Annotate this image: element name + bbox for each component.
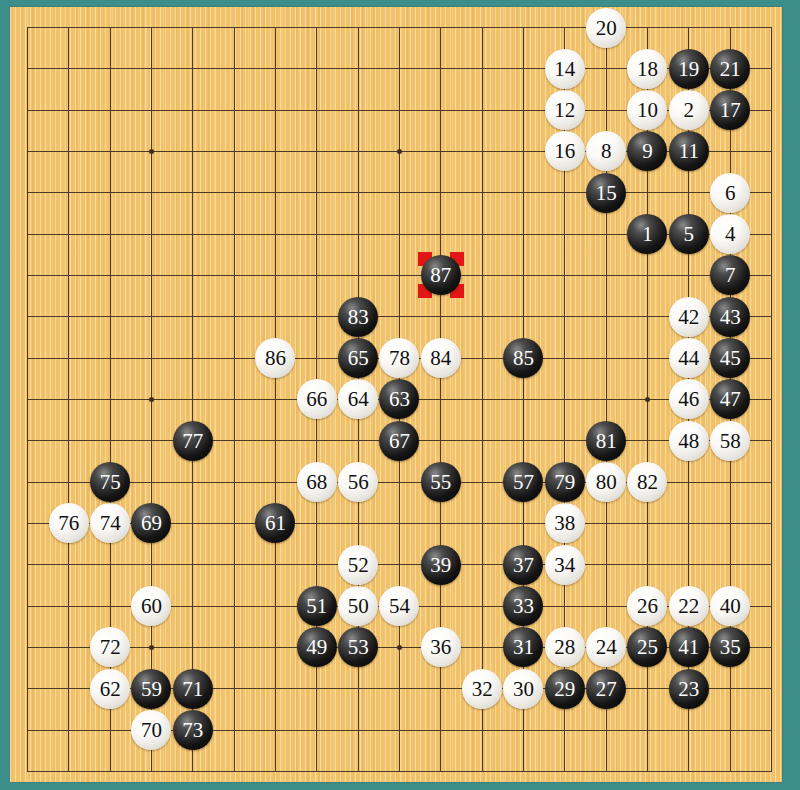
stone-7-S13[interactable]: 7 xyxy=(710,255,750,295)
stone-6-S15[interactable]: 6 xyxy=(710,173,750,213)
stone-72-C4[interactable]: 72 xyxy=(90,627,130,667)
stone-37-N6[interactable]: 37 xyxy=(503,545,543,585)
stone-4-S14[interactable]: 4 xyxy=(710,214,750,254)
stone-19-R18[interactable]: 19 xyxy=(669,49,709,89)
stone-83-J12[interactable]: 83 xyxy=(338,297,378,337)
star-point xyxy=(397,149,402,154)
stone-11-R16[interactable]: 11 xyxy=(669,131,709,171)
star-point xyxy=(149,645,154,650)
stone-2-R17[interactable]: 2 xyxy=(669,90,709,130)
star-point xyxy=(149,149,154,154)
stone-61-G7[interactable]: 61 xyxy=(255,503,295,543)
stone-28-O4[interactable]: 28 xyxy=(545,627,585,667)
stone-26-Q5[interactable]: 26 xyxy=(627,586,667,626)
stone-44-R11[interactable]: 44 xyxy=(669,338,709,378)
stone-21-S18[interactable]: 21 xyxy=(710,49,750,89)
stone-38-O7[interactable]: 38 xyxy=(545,503,585,543)
goban: 1245678910111214151617181920212223242526… xyxy=(10,7,782,782)
stone-18-Q18[interactable]: 18 xyxy=(627,49,667,89)
stone-23-R3[interactable]: 23 xyxy=(669,669,709,709)
stone-52-J6[interactable]: 52 xyxy=(338,545,378,585)
stone-76-B7[interactable]: 76 xyxy=(49,503,89,543)
stone-69-D7[interactable]: 69 xyxy=(131,503,171,543)
stone-67-K9[interactable]: 67 xyxy=(379,421,419,461)
stone-40-S5[interactable]: 40 xyxy=(710,586,750,626)
stone-85-N11[interactable]: 85 xyxy=(503,338,543,378)
stone-64-J10[interactable]: 64 xyxy=(338,379,378,419)
star-point xyxy=(645,397,650,402)
stone-29-O3[interactable]: 29 xyxy=(545,669,585,709)
stone-22-R5[interactable]: 22 xyxy=(669,586,709,626)
stone-48-R9[interactable]: 48 xyxy=(669,421,709,461)
stone-32-M3[interactable]: 32 xyxy=(462,669,502,709)
stone-62-C3[interactable]: 62 xyxy=(90,669,130,709)
stone-51-H5[interactable]: 51 xyxy=(297,586,337,626)
stone-25-Q4[interactable]: 25 xyxy=(627,627,667,667)
stone-70-D2[interactable]: 70 xyxy=(131,710,171,750)
star-point xyxy=(397,645,402,650)
stone-77-E9[interactable]: 77 xyxy=(173,421,213,461)
stone-8-P16[interactable]: 8 xyxy=(586,131,626,171)
stone-1-Q14[interactable]: 1 xyxy=(627,214,667,254)
stone-46-R10[interactable]: 46 xyxy=(669,379,709,419)
stone-79-O8[interactable]: 79 xyxy=(545,462,585,502)
stone-56-J8[interactable]: 56 xyxy=(338,462,378,502)
stone-74-C7[interactable]: 74 xyxy=(90,503,130,543)
stone-43-S12[interactable]: 43 xyxy=(710,297,750,337)
stone-84-L11[interactable]: 84 xyxy=(421,338,461,378)
stone-39-L6[interactable]: 39 xyxy=(421,545,461,585)
stone-20-P19[interactable]: 20 xyxy=(586,8,626,48)
stone-36-L4[interactable]: 36 xyxy=(421,627,461,667)
stone-35-S4[interactable]: 35 xyxy=(710,627,750,667)
stone-31-N4[interactable]: 31 xyxy=(503,627,543,667)
stone-30-N3[interactable]: 30 xyxy=(503,669,543,709)
stone-68-H8[interactable]: 68 xyxy=(297,462,337,502)
stone-50-J5[interactable]: 50 xyxy=(338,586,378,626)
stone-5-R14[interactable]: 5 xyxy=(669,214,709,254)
stone-33-N5[interactable]: 33 xyxy=(503,586,543,626)
board-grid[interactable]: 1245678910111214151617181920212223242526… xyxy=(27,27,772,772)
stone-16-O16[interactable]: 16 xyxy=(545,131,585,171)
stone-42-R12[interactable]: 42 xyxy=(669,297,709,337)
stone-15-P15[interactable]: 15 xyxy=(586,173,626,213)
board-frame: 1245678910111214151617181920212223242526… xyxy=(0,0,800,790)
stone-75-C8[interactable]: 75 xyxy=(90,462,130,502)
stone-24-P4[interactable]: 24 xyxy=(586,627,626,667)
stone-45-S11[interactable]: 45 xyxy=(710,338,750,378)
stone-34-O6[interactable]: 34 xyxy=(545,545,585,585)
stone-81-P9[interactable]: 81 xyxy=(586,421,626,461)
stone-71-E3[interactable]: 71 xyxy=(173,669,213,709)
stone-86-G11[interactable]: 86 xyxy=(255,338,295,378)
stone-54-K5[interactable]: 54 xyxy=(379,586,419,626)
stone-10-Q17[interactable]: 10 xyxy=(627,90,667,130)
stone-14-O18[interactable]: 14 xyxy=(545,49,585,89)
stone-82-Q8[interactable]: 82 xyxy=(627,462,667,502)
stone-47-S10[interactable]: 47 xyxy=(710,379,750,419)
stone-53-J4[interactable]: 53 xyxy=(338,627,378,667)
stone-73-E2[interactable]: 73 xyxy=(173,710,213,750)
stone-60-D5[interactable]: 60 xyxy=(131,586,171,626)
stone-78-K11[interactable]: 78 xyxy=(379,338,419,378)
stone-63-K10[interactable]: 63 xyxy=(379,379,419,419)
stone-55-L8[interactable]: 55 xyxy=(421,462,461,502)
stone-58-S9[interactable]: 58 xyxy=(710,421,750,461)
stone-9-Q16[interactable]: 9 xyxy=(627,131,667,171)
stone-49-H4[interactable]: 49 xyxy=(297,627,337,667)
stone-41-R4[interactable]: 41 xyxy=(669,627,709,667)
stone-80-P8[interactable]: 80 xyxy=(586,462,626,502)
stone-27-P3[interactable]: 27 xyxy=(586,669,626,709)
stone-12-O17[interactable]: 12 xyxy=(545,90,585,130)
stone-65-J11[interactable]: 65 xyxy=(338,338,378,378)
stone-57-N8[interactable]: 57 xyxy=(503,462,543,502)
star-point xyxy=(149,397,154,402)
stone-59-D3[interactable]: 59 xyxy=(131,669,171,709)
stone-17-S17[interactable]: 17 xyxy=(710,90,750,130)
stone-66-H10[interactable]: 66 xyxy=(297,379,337,419)
